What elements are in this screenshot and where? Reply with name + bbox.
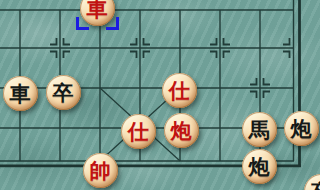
piece-red-general-d1[interactable]: 帥 [83, 153, 118, 188]
piece-black-chariot-b3[interactable]: 車 [3, 76, 38, 111]
piece-black-horse-h2[interactable]: 馬 [242, 112, 277, 147]
selection-bracket-bl [76, 17, 89, 30]
pieces-layer: 車車卒仕仕炮馬炮帥炮 [0, 0, 320, 190]
selection-bracket-br [106, 17, 119, 30]
piece-red-cannon-f2[interactable]: 炮 [164, 113, 199, 148]
piece-red-advisor-e2[interactable]: 仕 [121, 114, 156, 149]
piece-black-cannon-h1[interactable]: 炮 [242, 149, 277, 184]
piece-red-advisor-f3[interactable]: 仕 [162, 73, 197, 108]
piece-black-cannon-i2[interactable]: 炮 [284, 111, 319, 146]
piece-red-chariot-d5[interactable]: 車 [80, 0, 115, 26]
xiangqi-board[interactable]: 馬將相卒 車車卒仕仕炮馬炮帥炮 [0, 0, 320, 190]
piece-black-soldier-c3[interactable]: 卒 [46, 75, 81, 110]
